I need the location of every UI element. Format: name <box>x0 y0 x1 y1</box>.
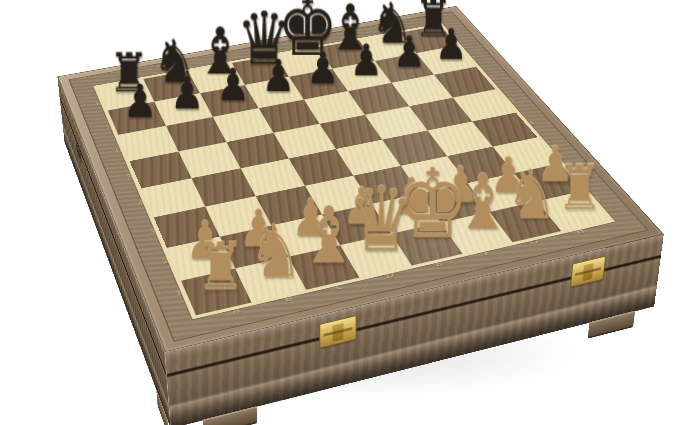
black-pawn: ♟ <box>122 79 157 124</box>
white-knight: ♞ <box>505 161 557 229</box>
black-pawn: ♟ <box>434 23 466 66</box>
black-pawn: ♟ <box>349 38 382 81</box>
photo-scene: ABCDEFGH 87654321 87654321 ♜♞♝♛♚♝♞♜♟♟♟♟♟… <box>0 0 680 425</box>
brass-latch-icon <box>570 256 606 288</box>
black-pawn: ♟ <box>169 70 203 115</box>
brass-latch-icon <box>319 315 357 349</box>
black-pawn: ♟ <box>261 54 295 98</box>
hinge-icon <box>75 139 81 164</box>
white-rook: ♜ <box>556 157 602 218</box>
product-photo: ABCDEFGH 87654321 87654321 ♜♞♝♛♚♝♞♜♟♟♟♟♟… <box>0 0 680 425</box>
black-pawn: ♟ <box>216 62 250 107</box>
white-knight: ♞ <box>247 216 302 288</box>
black-pawn: ♟ <box>392 30 425 73</box>
white-bishop: ♝ <box>299 197 358 275</box>
black-pawn: ♟ <box>306 46 339 90</box>
white-rook: ♜ <box>195 235 245 301</box>
case-foot <box>588 311 636 339</box>
case-foot <box>203 406 258 425</box>
